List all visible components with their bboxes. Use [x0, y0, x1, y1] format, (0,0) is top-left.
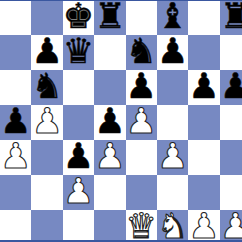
square-g6[interactable]: ♟	[188, 70, 219, 105]
black-pawn-piece[interactable]: ♟	[31, 34, 62, 69]
black-rook-piece[interactable]: ♜	[94, 0, 125, 34]
square-b5[interactable]: ♟	[31, 105, 62, 140]
square-b2[interactable]	[31, 210, 62, 242]
square-g7[interactable]	[188, 35, 219, 70]
white-knight-piece[interactable]: ♞	[157, 209, 188, 242]
square-d5[interactable]: ♟	[94, 105, 125, 140]
square-a7[interactable]	[0, 35, 31, 70]
square-c6[interactable]	[63, 70, 94, 105]
square-g8[interactable]	[188, 0, 219, 35]
square-e3[interactable]	[126, 175, 157, 210]
black-pawn-piece[interactable]: ♟	[157, 34, 188, 69]
square-h2[interactable]: ♟	[220, 210, 242, 242]
square-e2[interactable]: ♛	[126, 210, 157, 242]
square-b4[interactable]	[31, 140, 62, 175]
square-c3[interactable]: ♟	[63, 175, 94, 210]
chess-board-widget: ♚♜♝♜♟♛♞♟♞♟♟♟♟♟♟♟♟♟♟♟♟♛♞♟♟♜♞♝♜♚	[0, 0, 242, 242]
square-d7[interactable]	[94, 35, 125, 70]
white-pawn-piece[interactable]: ♟	[63, 174, 94, 209]
white-pawn-piece[interactable]: ♟	[0, 139, 31, 174]
square-b6[interactable]: ♞	[31, 70, 62, 105]
black-pawn-piece[interactable]: ♟	[0, 104, 31, 139]
square-a2[interactable]	[0, 210, 31, 242]
white-pawn-piece[interactable]: ♟	[220, 209, 242, 242]
white-pawn-piece[interactable]: ♟	[188, 209, 219, 242]
square-h4[interactable]	[220, 140, 242, 175]
black-pawn-piece[interactable]: ♟	[63, 139, 94, 174]
black-rook-piece[interactable]: ♜	[220, 0, 242, 34]
black-pawn-piece[interactable]: ♟	[188, 69, 219, 104]
square-c8[interactable]: ♚	[63, 0, 94, 35]
square-c5[interactable]	[63, 105, 94, 140]
square-b8[interactable]	[31, 0, 62, 35]
chess-board[interactable]: ♚♜♝♜♟♛♞♟♞♟♟♟♟♟♟♟♟♟♟♟♟♛♞♟♟♜♞♝♜♚	[0, 0, 242, 242]
square-a8[interactable]	[0, 0, 31, 35]
square-a3[interactable]	[0, 175, 31, 210]
black-pawn-piece[interactable]: ♟	[220, 69, 242, 104]
square-a4[interactable]: ♟	[0, 140, 31, 175]
square-e4[interactable]	[126, 140, 157, 175]
square-b3[interactable]	[31, 175, 62, 210]
square-g3[interactable]	[188, 175, 219, 210]
square-d6[interactable]	[94, 70, 125, 105]
black-knight-piece[interactable]: ♞	[126, 34, 157, 69]
square-e5[interactable]: ♟	[126, 105, 157, 140]
black-pawn-piece[interactable]: ♟	[94, 104, 125, 139]
square-c4[interactable]: ♟	[63, 140, 94, 175]
white-pawn-piece[interactable]: ♟	[126, 104, 157, 139]
square-c7[interactable]: ♛	[63, 35, 94, 70]
square-c2[interactable]	[63, 210, 94, 242]
square-d8[interactable]: ♜	[94, 0, 125, 35]
black-queen-piece[interactable]: ♛	[63, 34, 94, 69]
square-h6[interactable]: ♟	[220, 70, 242, 105]
square-f3[interactable]	[157, 175, 188, 210]
square-d4[interactable]: ♟	[94, 140, 125, 175]
white-pawn-piece[interactable]: ♟	[157, 139, 188, 174]
square-f7[interactable]: ♟	[157, 35, 188, 70]
square-h3[interactable]	[220, 175, 242, 210]
black-knight-piece[interactable]: ♞	[31, 69, 62, 104]
square-e6[interactable]: ♟	[126, 70, 157, 105]
square-h8[interactable]: ♜	[220, 0, 242, 35]
square-f2[interactable]: ♞	[157, 210, 188, 242]
square-g5[interactable]	[188, 105, 219, 140]
square-f6[interactable]	[157, 70, 188, 105]
square-d3[interactable]	[94, 175, 125, 210]
square-e8[interactable]	[126, 0, 157, 35]
black-pawn-piece[interactable]: ♟	[126, 69, 157, 104]
white-pawn-piece[interactable]: ♟	[31, 104, 62, 139]
square-g4[interactable]	[188, 140, 219, 175]
square-a6[interactable]	[0, 70, 31, 105]
square-b7[interactable]: ♟	[31, 35, 62, 70]
square-d2[interactable]	[94, 210, 125, 242]
square-e7[interactable]: ♞	[126, 35, 157, 70]
square-h7[interactable]	[220, 35, 242, 70]
black-bishop-piece[interactable]: ♝	[157, 0, 188, 34]
square-f5[interactable]	[157, 105, 188, 140]
square-f8[interactable]: ♝	[157, 0, 188, 35]
square-h5[interactable]	[220, 105, 242, 140]
black-king-piece[interactable]: ♚	[63, 0, 94, 34]
square-g2[interactable]: ♟	[188, 210, 219, 242]
square-f4[interactable]: ♟	[157, 140, 188, 175]
square-a5[interactable]: ♟	[0, 105, 31, 140]
white-pawn-piece[interactable]: ♟	[94, 139, 125, 174]
white-queen-piece[interactable]: ♛	[126, 209, 157, 242]
